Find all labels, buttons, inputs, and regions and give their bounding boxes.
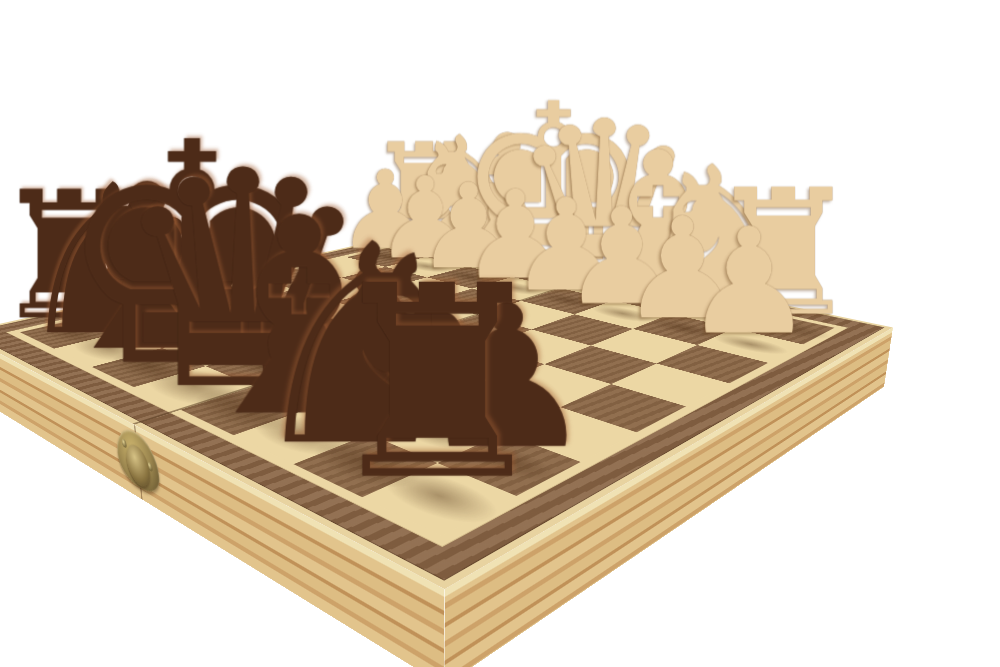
pieces-layer: ♜♞♝♛♚♝♞♜♟♟♟♟♟♟♟♟♟♟♟♟♟♟♟♟♜♞♝♛♚♝♞♜	[424, 230, 893, 327]
chess-board: ♜♞♝♛♚♝♞♜♟♟♟♟♟♟♟♟♟♟♟♟♟♟♟♟♜♞♝♛♚♝♞♜	[0, 230, 893, 589]
black-rook-glyph: ♜	[210, 251, 665, 516]
product-photo-scene: ♜♞♝♛♚♝♞♜♟♟♟♟♟♟♟♟♟♟♟♟♟♟♟♟♜♞♝♛♚♝♞♜	[0, 0, 1000, 667]
